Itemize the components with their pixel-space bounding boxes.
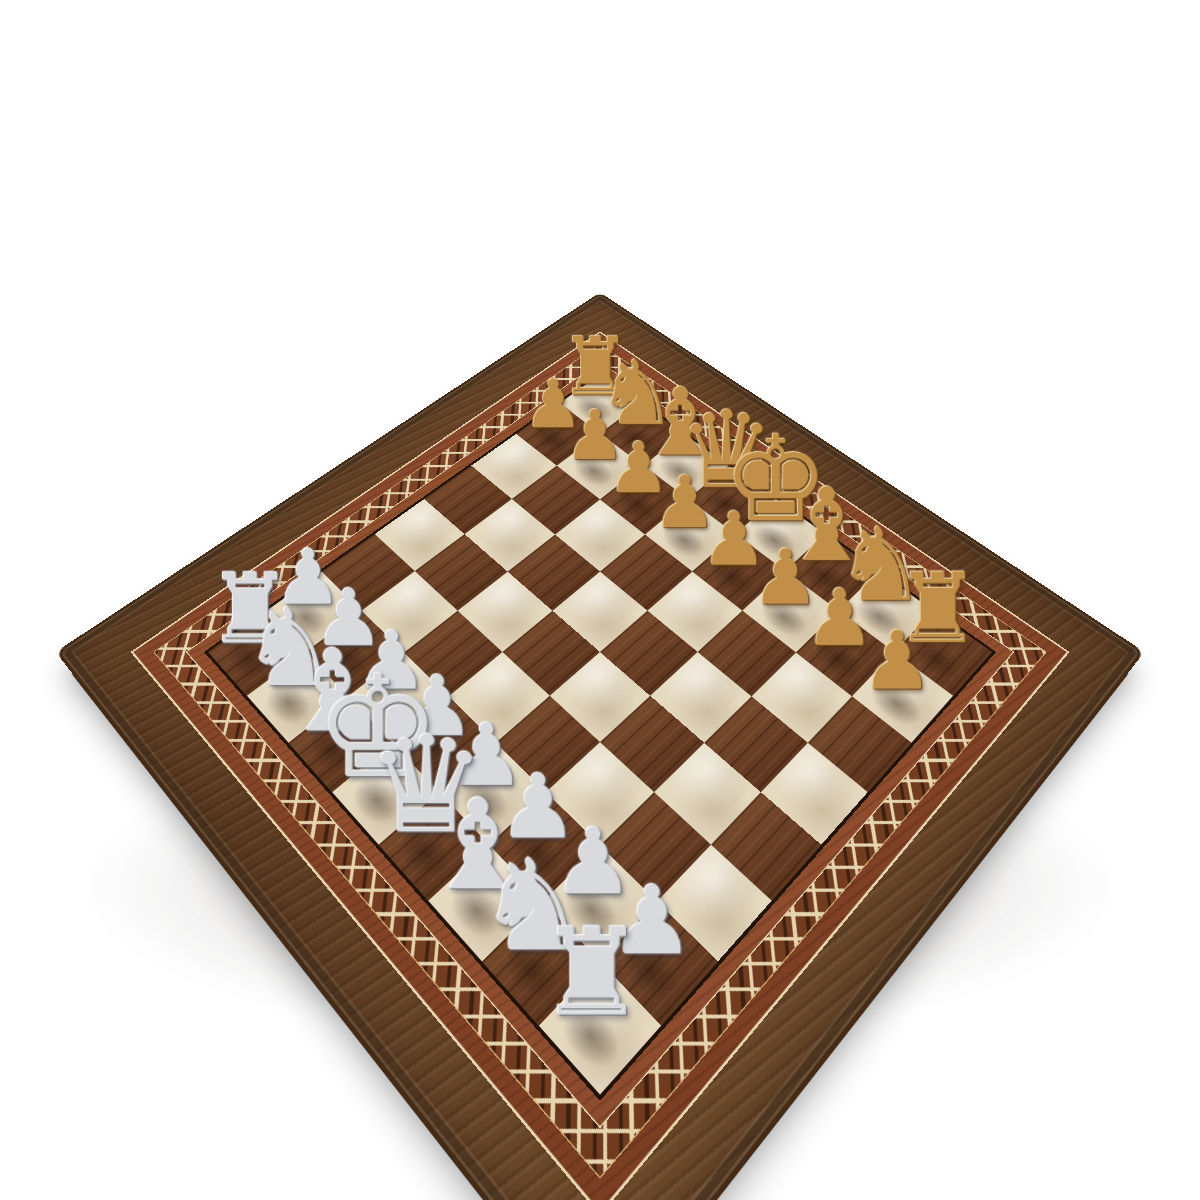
piece-gold-pawn-h7: ♟	[804, 621, 990, 702]
chess-board: ♜♞♝♛♚♝♞♜♟♟♟♟♟♟♟♟♟♟♟♟♟♟♟♟♜♞♝♚♛♝♞♜	[56, 292, 1145, 1200]
board-field: ♜♞♝♛♚♝♞♜♟♟♟♟♟♟♟♟♟♟♟♟♟♟♟♟♜♞♝♚♛♝♞♜	[208, 374, 991, 1094]
square-d5	[552, 571, 647, 652]
rosewood-band-outer: ♜♞♝♛♚♝♞♜♟♟♟♟♟♟♟♟♟♟♟♟♟♟♟♟♜♞♝♚♛♝♞♜	[130, 331, 1069, 1200]
field-border: ♜♞♝♛♚♝♞♜♟♟♟♟♟♟♟♟♟♟♟♟♟♟♟♟♜♞♝♚♛♝♞♜	[204, 372, 996, 1101]
perspective-stage: ♜♞♝♛♚♝♞♜♟♟♟♟♟♟♟♟♟♟♟♟♟♟♟♟♜♞♝♚♛♝♞♜	[0, 0, 1200, 1200]
square-h7: ♟	[852, 652, 953, 742]
walnut-frame: ♜♞♝♛♚♝♞♜♟♟♟♟♟♟♟♟♟♟♟♟♟♟♟♟♜♞♝♚♛♝♞♜	[56, 292, 1145, 1200]
square-h1: ♜	[539, 961, 662, 1095]
piece-silver-rook-h1: ♜	[480, 913, 706, 1034]
product-photo-scene: ♜♞♝♛♚♝♞♜♟♟♟♟♟♟♟♟♟♟♟♟♟♟♟♟♜♞♝♚♛♝♞♜	[0, 0, 1200, 1200]
rosewood-band-inner: ♜♞♝♛♚♝♞♜♟♟♟♟♟♟♟♟♟♟♟♟♟♟♟♟♜♞♝♚♛♝♞♜	[186, 362, 1015, 1129]
diamond-inlay-band: ♜♞♝♛♚♝♞♜♟♟♟♟♟♟♟♟♟♟♟♟♟♟♟♟♜♞♝♚♛♝♞♜	[153, 344, 1047, 1179]
